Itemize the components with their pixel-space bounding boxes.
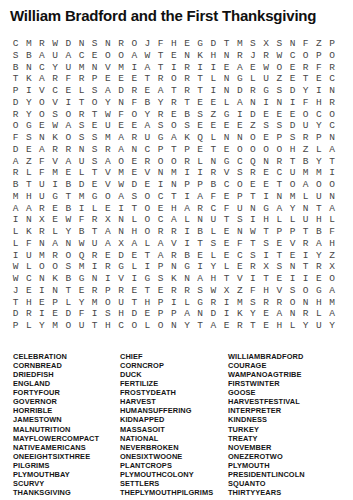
grid-cell[interactable]: C	[220, 179, 233, 191]
grid-cell[interactable]: D	[75, 179, 88, 191]
grid-cell[interactable]: T	[299, 261, 312, 273]
grid-cell[interactable]: U	[75, 320, 88, 332]
grid-cell[interactable]: P	[194, 179, 207, 191]
grid-cell[interactable]: D	[286, 85, 299, 97]
grid-cell[interactable]: N	[115, 214, 128, 226]
grid-cell[interactable]: D	[115, 85, 128, 97]
grid-cell[interactable]: A	[154, 250, 167, 262]
grid-cell[interactable]: S	[233, 214, 246, 226]
grid-cell[interactable]: I	[220, 297, 233, 309]
grid-cell[interactable]: O	[233, 179, 246, 191]
grid-cell[interactable]: U	[299, 214, 312, 226]
grid-cell[interactable]: K	[167, 273, 180, 285]
grid-cell[interactable]: A	[154, 85, 167, 97]
grid-cell[interactable]: E	[141, 85, 154, 97]
grid-cell[interactable]: R	[180, 62, 193, 74]
grid-cell[interactable]: R	[22, 308, 35, 320]
grid-cell[interactable]: W	[273, 50, 286, 62]
grid-cell[interactable]: R	[167, 97, 180, 109]
grid-cell[interactable]: O	[167, 156, 180, 168]
grid-cell[interactable]: N	[194, 214, 207, 226]
grid-cell[interactable]: I	[9, 214, 22, 226]
grid-cell[interactable]: B	[141, 97, 154, 109]
grid-cell[interactable]: I	[207, 62, 220, 74]
grid-cell[interactable]: M	[312, 167, 325, 179]
grid-cell[interactable]: D	[115, 250, 128, 262]
grid-cell[interactable]: E	[167, 109, 180, 121]
grid-cell[interactable]: V	[101, 62, 114, 74]
grid-cell[interactable]: U	[75, 156, 88, 168]
grid-cell[interactable]: H	[286, 144, 299, 156]
grid-cell[interactable]: H	[312, 214, 325, 226]
grid-cell[interactable]: T	[141, 250, 154, 262]
grid-cell[interactable]: R	[260, 297, 273, 309]
grid-cell[interactable]: R	[49, 144, 62, 156]
grid-cell[interactable]: L	[180, 297, 193, 309]
grid-cell[interactable]: O	[141, 203, 154, 215]
grid-cell[interactable]: O	[326, 179, 339, 191]
grid-cell[interactable]: R	[49, 250, 62, 262]
grid-cell[interactable]: Y	[35, 320, 48, 332]
grid-cell[interactable]: Z	[312, 38, 325, 50]
grid-cell[interactable]: E	[220, 238, 233, 250]
grid-cell[interactable]: N	[326, 132, 339, 144]
grid-cell[interactable]: P	[9, 85, 22, 97]
grid-cell[interactable]: E	[246, 62, 259, 74]
grid-cell[interactable]: E	[233, 261, 246, 273]
grid-cell[interactable]: Y	[141, 109, 154, 121]
grid-cell[interactable]: R	[273, 297, 286, 309]
grid-cell[interactable]: I	[286, 273, 299, 285]
grid-cell[interactable]: R	[49, 73, 62, 85]
grid-cell[interactable]: B	[9, 179, 22, 191]
grid-cell[interactable]: A	[207, 320, 220, 332]
grid-cell[interactable]: C	[233, 156, 246, 168]
grid-cell[interactable]: G	[260, 85, 273, 97]
grid-cell[interactable]: M	[75, 261, 88, 273]
grid-cell[interactable]: S	[194, 285, 207, 297]
grid-cell[interactable]: B	[9, 62, 22, 74]
grid-cell[interactable]: C	[9, 38, 22, 50]
grid-cell[interactable]: E	[194, 144, 207, 156]
grid-cell[interactable]: N	[128, 144, 141, 156]
grid-cell[interactable]: O	[128, 320, 141, 332]
grid-cell[interactable]: V	[286, 238, 299, 250]
grid-cell[interactable]: V	[141, 167, 154, 179]
grid-cell[interactable]: F	[75, 214, 88, 226]
grid-cell[interactable]: L	[22, 320, 35, 332]
grid-cell[interactable]: T	[220, 214, 233, 226]
grid-cell[interactable]: A	[22, 203, 35, 215]
grid-cell[interactable]: B	[62, 273, 75, 285]
grid-cell[interactable]: R	[207, 167, 220, 179]
grid-cell[interactable]: T	[312, 203, 325, 215]
grid-cell[interactable]: R	[299, 62, 312, 74]
grid-cell[interactable]: E	[167, 50, 180, 62]
grid-cell[interactable]: I	[49, 179, 62, 191]
grid-cell[interactable]: M	[115, 62, 128, 74]
grid-cell[interactable]: K	[22, 226, 35, 238]
grid-cell[interactable]: T	[128, 297, 141, 309]
grid-cell[interactable]: E	[49, 203, 62, 215]
grid-cell[interactable]: P	[88, 73, 101, 85]
grid-cell[interactable]: G	[180, 261, 193, 273]
grid-cell[interactable]: N	[35, 238, 48, 250]
grid-cell[interactable]: Z	[299, 144, 312, 156]
grid-cell[interactable]: N	[180, 50, 193, 62]
grid-cell[interactable]: R	[128, 132, 141, 144]
grid-cell[interactable]: N	[180, 273, 193, 285]
grid-cell[interactable]: H	[167, 203, 180, 215]
grid-cell[interactable]: V	[220, 167, 233, 179]
grid-cell[interactable]: X	[35, 214, 48, 226]
grid-cell[interactable]: E	[154, 285, 167, 297]
grid-cell[interactable]: R	[35, 203, 48, 215]
grid-cell[interactable]: C	[326, 73, 339, 85]
grid-cell[interactable]: G	[220, 109, 233, 121]
grid-cell[interactable]: O	[101, 191, 114, 203]
grid-cell[interactable]: T	[273, 250, 286, 262]
grid-cell[interactable]: E	[128, 73, 141, 85]
grid-cell[interactable]: C	[233, 250, 246, 262]
grid-cell[interactable]: N	[326, 85, 339, 97]
grid-cell[interactable]: Y	[312, 120, 325, 132]
grid-cell[interactable]: V	[233, 273, 246, 285]
grid-cell[interactable]: A	[273, 308, 286, 320]
grid-cell[interactable]: S	[88, 85, 101, 97]
grid-cell[interactable]: S	[260, 120, 273, 132]
grid-cell[interactable]: I	[180, 238, 193, 250]
grid-cell[interactable]: U	[115, 297, 128, 309]
grid-cell[interactable]: F	[312, 62, 325, 74]
grid-cell[interactable]: L	[141, 238, 154, 250]
grid-cell[interactable]: A	[9, 203, 22, 215]
grid-cell[interactable]: E	[194, 250, 207, 262]
grid-cell[interactable]: W	[101, 109, 114, 121]
grid-cell[interactable]: E	[273, 273, 286, 285]
grid-cell[interactable]: L	[180, 214, 193, 226]
grid-cell[interactable]: E	[88, 179, 101, 191]
grid-cell[interactable]: R	[128, 85, 141, 97]
grid-cell[interactable]: V	[115, 273, 128, 285]
grid-cell[interactable]: E	[128, 120, 141, 132]
grid-cell[interactable]: E	[22, 285, 35, 297]
grid-cell[interactable]: L	[75, 167, 88, 179]
grid-cell[interactable]: R	[88, 285, 101, 297]
grid-cell[interactable]: S	[246, 297, 259, 309]
grid-cell[interactable]: H	[312, 297, 325, 309]
grid-cell[interactable]: L	[207, 132, 220, 144]
grid-cell[interactable]: U	[49, 50, 62, 62]
grid-cell[interactable]: L	[286, 214, 299, 226]
grid-cell[interactable]: R	[9, 167, 22, 179]
grid-cell[interactable]: E	[260, 320, 273, 332]
grid-cell[interactable]: T	[194, 238, 207, 250]
grid-cell[interactable]: A	[167, 214, 180, 226]
grid-cell[interactable]: Y	[299, 320, 312, 332]
grid-cell[interactable]: S	[273, 85, 286, 97]
grid-cell[interactable]: L	[220, 261, 233, 273]
grid-cell[interactable]: R	[180, 156, 193, 168]
grid-cell[interactable]: R	[233, 50, 246, 62]
grid-cell[interactable]: O	[101, 297, 114, 309]
grid-cell[interactable]: G	[154, 132, 167, 144]
grid-cell[interactable]: E	[273, 109, 286, 121]
grid-cell[interactable]: G	[115, 261, 128, 273]
grid-cell[interactable]: O	[312, 179, 325, 191]
grid-cell[interactable]: L	[75, 85, 88, 97]
grid-cell[interactable]: P	[180, 144, 193, 156]
grid-cell[interactable]: E	[101, 203, 114, 215]
grid-cell[interactable]: L	[286, 320, 299, 332]
grid-cell[interactable]: R	[115, 38, 128, 50]
grid-cell[interactable]: N	[260, 156, 273, 168]
grid-cell[interactable]: R	[75, 109, 88, 121]
grid-cell[interactable]: M	[167, 167, 180, 179]
grid-cell[interactable]: E	[88, 120, 101, 132]
grid-cell[interactable]: Y	[101, 97, 114, 109]
grid-cell[interactable]: B	[299, 156, 312, 168]
grid-cell[interactable]: T	[9, 297, 22, 309]
grid-cell[interactable]: N	[154, 167, 167, 179]
grid-cell[interactable]: D	[207, 308, 220, 320]
grid-cell[interactable]: S	[49, 109, 62, 121]
grid-cell[interactable]: M	[115, 167, 128, 179]
grid-cell[interactable]: A	[326, 203, 339, 215]
grid-cell[interactable]: I	[128, 273, 141, 285]
grid-cell[interactable]: A	[141, 62, 154, 74]
grid-cell[interactable]: M	[326, 297, 339, 309]
grid-cell[interactable]: R	[246, 261, 259, 273]
grid-cell[interactable]: N	[75, 144, 88, 156]
grid-cell[interactable]: X	[260, 261, 273, 273]
grid-cell[interactable]: N	[299, 297, 312, 309]
grid-cell[interactable]: F	[75, 308, 88, 320]
grid-cell[interactable]: G	[312, 285, 325, 297]
grid-cell[interactable]: R	[154, 73, 167, 85]
grid-cell[interactable]: D	[62, 38, 75, 50]
grid-cell[interactable]: B	[62, 203, 75, 215]
grid-cell[interactable]: I	[167, 297, 180, 309]
grid-cell[interactable]: S	[9, 50, 22, 62]
grid-cell[interactable]: W	[260, 62, 273, 74]
grid-cell[interactable]: C	[49, 85, 62, 97]
grid-cell[interactable]: O	[141, 226, 154, 238]
grid-cell[interactable]: F	[246, 285, 259, 297]
grid-cell[interactable]: E	[101, 250, 114, 262]
grid-cell[interactable]: O	[141, 191, 154, 203]
grid-cell[interactable]: A	[62, 120, 75, 132]
grid-cell[interactable]: Y	[49, 62, 62, 74]
grid-cell[interactable]: R	[246, 167, 259, 179]
grid-cell[interactable]: E	[88, 50, 101, 62]
grid-cell[interactable]: W	[49, 38, 62, 50]
grid-cell[interactable]: O	[35, 97, 48, 109]
grid-cell[interactable]: A	[128, 238, 141, 250]
grid-cell[interactable]: L	[62, 297, 75, 309]
grid-cell[interactable]: A	[141, 120, 154, 132]
grid-cell[interactable]: X	[101, 214, 114, 226]
grid-cell[interactable]: I	[9, 250, 22, 262]
grid-cell[interactable]: M	[49, 320, 62, 332]
grid-cell[interactable]: I	[326, 167, 339, 179]
grid-cell[interactable]: E	[286, 73, 299, 85]
grid-cell[interactable]: O	[273, 144, 286, 156]
grid-cell[interactable]: S	[88, 38, 101, 50]
grid-cell[interactable]: V	[49, 97, 62, 109]
grid-cell[interactable]: M	[88, 297, 101, 309]
grid-cell[interactable]: P	[273, 132, 286, 144]
grid-cell[interactable]: A	[101, 85, 114, 97]
grid-cell[interactable]: D	[246, 109, 259, 121]
grid-cell[interactable]: E	[260, 132, 273, 144]
grid-cell[interactable]: A	[101, 156, 114, 168]
grid-cell[interactable]: H	[260, 285, 273, 297]
grid-cell[interactable]: C	[207, 203, 220, 215]
grid-cell[interactable]: D	[128, 308, 141, 320]
grid-cell[interactable]: E	[49, 214, 62, 226]
grid-cell[interactable]: U	[260, 73, 273, 85]
grid-cell[interactable]: O	[35, 109, 48, 121]
grid-cell[interactable]: T	[128, 203, 141, 215]
grid-cell[interactable]: S	[22, 132, 35, 144]
grid-cell[interactable]: M	[101, 132, 114, 144]
grid-cell[interactable]: O	[115, 50, 128, 62]
grid-cell[interactable]: Y	[75, 297, 88, 309]
grid-cell[interactable]: H	[141, 297, 154, 309]
grid-cell[interactable]: G	[49, 191, 62, 203]
grid-cell[interactable]: U	[88, 238, 101, 250]
grid-cell[interactable]: G	[233, 73, 246, 85]
grid-cell[interactable]: F	[35, 167, 48, 179]
grid-cell[interactable]: T	[62, 285, 75, 297]
grid-cell[interactable]: D	[9, 308, 22, 320]
grid-cell[interactable]: P	[180, 179, 193, 191]
grid-cell[interactable]: F	[299, 97, 312, 109]
grid-cell[interactable]: N	[220, 73, 233, 85]
grid-cell[interactable]: N	[88, 273, 101, 285]
grid-cell[interactable]: S	[180, 120, 193, 132]
grid-cell[interactable]: R	[101, 261, 114, 273]
grid-cell[interactable]: L	[88, 203, 101, 215]
grid-cell[interactable]: M	[286, 191, 299, 203]
grid-cell[interactable]: H	[167, 38, 180, 50]
grid-cell[interactable]: O	[9, 120, 22, 132]
grid-cell[interactable]: I	[220, 308, 233, 320]
grid-cell[interactable]: N	[194, 308, 207, 320]
grid-cell[interactable]: L	[9, 226, 22, 238]
grid-cell[interactable]: W	[75, 238, 88, 250]
grid-cell[interactable]: O	[62, 132, 75, 144]
grid-cell[interactable]: I	[180, 167, 193, 179]
grid-cell[interactable]: E	[260, 109, 273, 121]
grid-cell[interactable]: T	[299, 226, 312, 238]
grid-cell[interactable]: F	[62, 73, 75, 85]
grid-cell[interactable]: C	[35, 62, 48, 74]
grid-cell[interactable]: R	[180, 285, 193, 297]
grid-cell[interactable]: N	[101, 38, 114, 50]
grid-cell[interactable]: N	[286, 261, 299, 273]
grid-cell[interactable]: E	[260, 308, 273, 320]
grid-cell[interactable]: R	[167, 285, 180, 297]
grid-cell[interactable]: A	[154, 238, 167, 250]
grid-cell[interactable]: X	[115, 238, 128, 250]
grid-cell[interactable]: R	[35, 226, 48, 238]
grid-cell[interactable]: Y	[312, 250, 325, 262]
grid-cell[interactable]: R	[194, 203, 207, 215]
grid-cell[interactable]: R	[167, 226, 180, 238]
grid-cell[interactable]: D	[233, 85, 246, 97]
grid-cell[interactable]: R	[207, 297, 220, 309]
grid-cell[interactable]: O	[141, 214, 154, 226]
grid-cell[interactable]: S	[88, 156, 101, 168]
grid-cell[interactable]: A	[101, 238, 114, 250]
grid-cell[interactable]: C	[312, 109, 325, 121]
grid-cell[interactable]: D	[207, 38, 220, 50]
grid-cell[interactable]: S	[260, 238, 273, 250]
grid-cell[interactable]: I	[194, 167, 207, 179]
grid-cell[interactable]: A	[180, 308, 193, 320]
grid-cell[interactable]: L	[326, 214, 339, 226]
grid-cell[interactable]: O	[49, 261, 62, 273]
grid-cell[interactable]: C	[326, 120, 339, 132]
grid-cell[interactable]: L	[128, 261, 141, 273]
grid-cell[interactable]: H	[22, 191, 35, 203]
grid-cell[interactable]: T	[62, 191, 75, 203]
grid-cell[interactable]: N	[220, 50, 233, 62]
grid-cell[interactable]: P	[49, 297, 62, 309]
grid-cell[interactable]: R	[326, 62, 339, 74]
grid-cell[interactable]: N	[220, 132, 233, 144]
grid-cell[interactable]: T	[260, 226, 273, 238]
grid-cell[interactable]: I	[35, 308, 48, 320]
grid-cell[interactable]: T	[194, 73, 207, 85]
grid-cell[interactable]: P	[273, 226, 286, 238]
grid-cell[interactable]: N	[49, 285, 62, 297]
grid-cell[interactable]: U	[299, 120, 312, 132]
grid-cell[interactable]: S	[75, 120, 88, 132]
grid-cell[interactable]: R	[326, 97, 339, 109]
grid-cell[interactable]: T	[326, 156, 339, 168]
grid-cell[interactable]: N	[167, 179, 180, 191]
grid-cell[interactable]: O	[115, 156, 128, 168]
grid-cell[interactable]: E	[62, 167, 75, 179]
grid-cell[interactable]: P	[312, 50, 325, 62]
grid-cell[interactable]: O	[326, 273, 339, 285]
grid-cell[interactable]: I	[260, 191, 273, 203]
grid-cell[interactable]: D	[62, 308, 75, 320]
grid-cell[interactable]: H	[260, 214, 273, 226]
grid-cell[interactable]: O	[167, 120, 180, 132]
grid-cell[interactable]: H	[326, 238, 339, 250]
grid-cell[interactable]: X	[326, 261, 339, 273]
grid-cell[interactable]: L	[220, 97, 233, 109]
grid-cell[interactable]: E	[101, 73, 114, 85]
grid-cell[interactable]: E	[220, 226, 233, 238]
grid-cell[interactable]: S	[154, 120, 167, 132]
grid-cell[interactable]: F	[22, 238, 35, 250]
grid-cell[interactable]: S	[154, 273, 167, 285]
grid-cell[interactable]: O	[35, 261, 48, 273]
grid-cell[interactable]: V	[49, 156, 62, 168]
grid-cell[interactable]: E	[220, 191, 233, 203]
grid-cell[interactable]: N	[62, 238, 75, 250]
grid-cell[interactable]: A	[299, 179, 312, 191]
grid-cell[interactable]: S	[273, 261, 286, 273]
grid-cell[interactable]: U	[22, 250, 35, 262]
grid-cell[interactable]: N	[286, 308, 299, 320]
grid-cell[interactable]: E	[128, 250, 141, 262]
